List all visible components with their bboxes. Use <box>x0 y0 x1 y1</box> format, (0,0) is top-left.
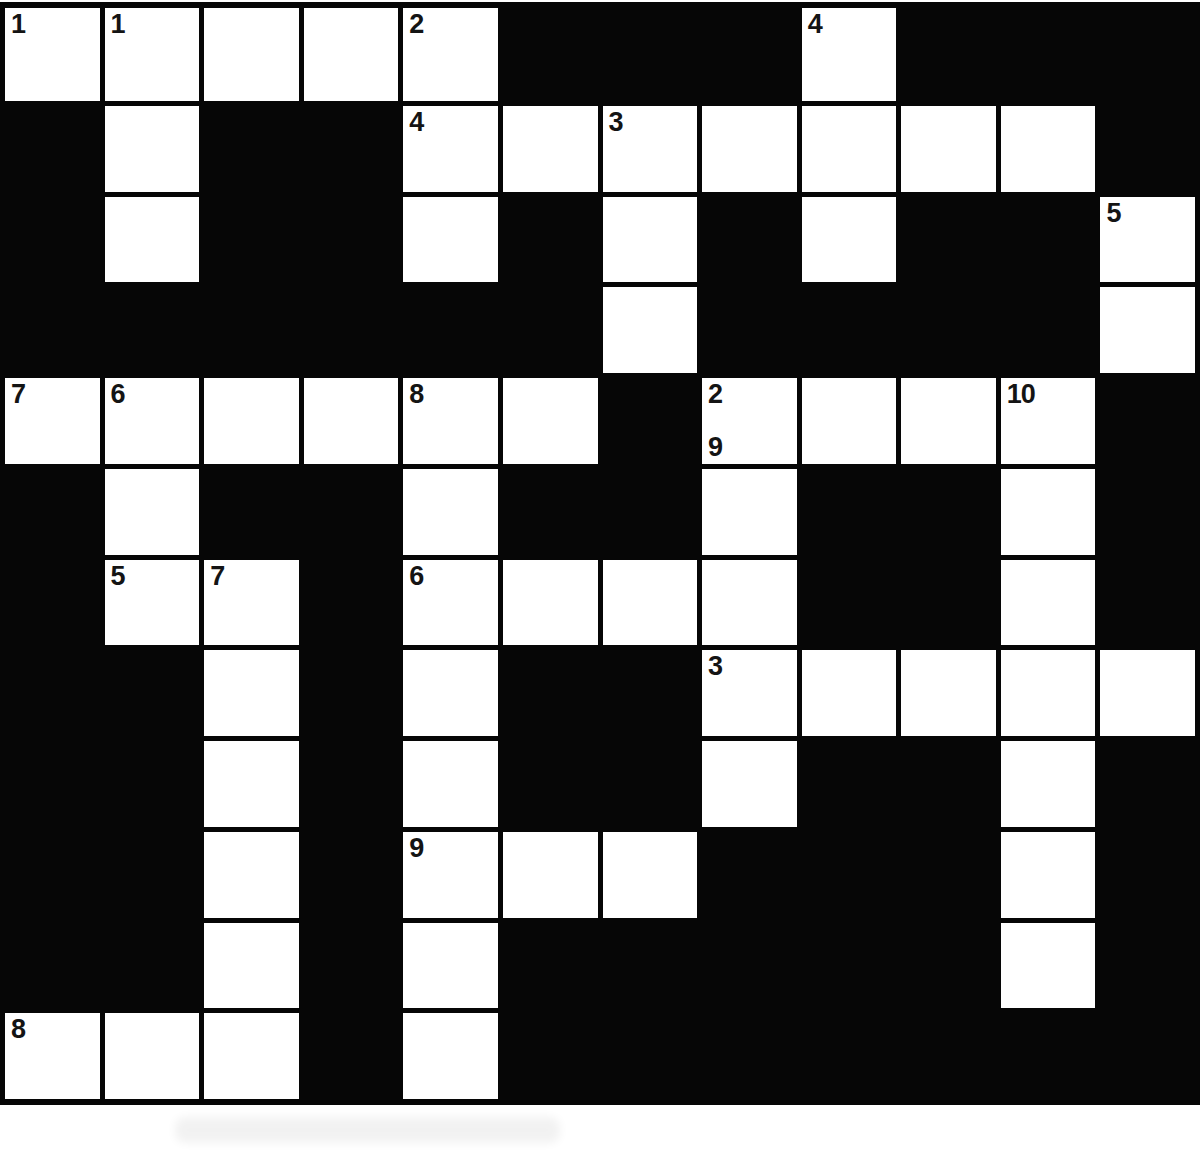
block-r4c2 <box>105 287 200 373</box>
cell-r1c3[interactable] <box>204 8 299 101</box>
clue-number: 2 <box>708 379 722 410</box>
block-r3c8 <box>702 197 797 283</box>
cell-r3c12[interactable]: 5 <box>1100 197 1195 283</box>
clue-number: 3 <box>609 107 623 138</box>
cell-r3c7[interactable] <box>603 197 698 283</box>
block-r8c6 <box>503 650 598 736</box>
cell-r6c11[interactable] <box>1001 469 1096 555</box>
cell-r1c1[interactable]: 1 <box>5 8 100 101</box>
cell-r7c2[interactable]: 5 <box>105 560 200 646</box>
cell-r11c3[interactable] <box>204 923 299 1009</box>
block-r5c12 <box>1100 378 1195 464</box>
cell-r7c8[interactable] <box>702 560 797 646</box>
block-r11c8 <box>702 923 797 1009</box>
clue-number: 1 <box>11 9 25 40</box>
block-r12c12 <box>1100 1013 1195 1099</box>
block-r11c4 <box>304 923 399 1009</box>
cell-r9c5[interactable] <box>403 741 498 827</box>
block-r2c4 <box>304 106 399 192</box>
cell-r2c9[interactable] <box>802 106 897 192</box>
cell-r2c6[interactable] <box>503 106 598 192</box>
block-r10c2 <box>105 832 200 918</box>
block-r11c7 <box>603 923 698 1009</box>
clue-number: 4 <box>409 107 423 138</box>
block-r7c4 <box>304 560 399 646</box>
block-r6c9 <box>802 469 897 555</box>
block-r3c3 <box>204 197 299 283</box>
block-r10c1 <box>5 832 100 918</box>
cell-r10c11[interactable] <box>1001 832 1096 918</box>
block-r9c4 <box>304 741 399 827</box>
block-r9c12 <box>1100 741 1195 827</box>
cell-r5c5[interactable]: 8 <box>403 378 498 464</box>
cell-r5c8[interactable]: 29 <box>702 378 797 464</box>
block-r11c6 <box>503 923 598 1009</box>
cell-r9c8[interactable] <box>702 741 797 827</box>
cell-r2c7[interactable]: 3 <box>603 106 698 192</box>
cell-r4c12[interactable] <box>1100 287 1195 373</box>
block-r6c10 <box>901 469 996 555</box>
block-r7c10 <box>901 560 996 646</box>
block-r3c1 <box>5 197 100 283</box>
clue-number: 8 <box>409 379 423 410</box>
cell-r2c2[interactable] <box>105 106 200 192</box>
block-r3c10 <box>901 197 996 283</box>
block-r11c2 <box>105 923 200 1009</box>
block-r1c10 <box>901 8 996 101</box>
block-r4c3 <box>204 287 299 373</box>
cell-r8c12[interactable] <box>1100 650 1195 736</box>
cell-r7c11[interactable] <box>1001 560 1096 646</box>
cell-r5c3[interactable] <box>204 378 299 464</box>
cell-r1c2[interactable]: 1 <box>105 8 200 101</box>
block-r4c6 <box>503 287 598 373</box>
cell-r1c5[interactable]: 2 <box>403 8 498 101</box>
block-r6c3 <box>204 469 299 555</box>
block-r6c6 <box>503 469 598 555</box>
cell-r3c2[interactable] <box>105 197 200 283</box>
block-r4c5 <box>403 287 498 373</box>
block-r9c2 <box>105 741 200 827</box>
block-r3c6 <box>503 197 598 283</box>
cell-r7c5[interactable]: 6 <box>403 560 498 646</box>
cell-r10c5[interactable]: 9 <box>403 832 498 918</box>
cell-r8c8[interactable]: 3 <box>702 650 797 736</box>
block-r8c4 <box>304 650 399 736</box>
clue-number: 5 <box>111 561 125 592</box>
cell-r5c10[interactable] <box>901 378 996 464</box>
block-r10c4 <box>304 832 399 918</box>
block-r3c11 <box>1001 197 1096 283</box>
cell-r1c4[interactable] <box>304 8 399 101</box>
cell-r5c2[interactable]: 6 <box>105 378 200 464</box>
block-r9c10 <box>901 741 996 827</box>
block-r1c12 <box>1100 8 1195 101</box>
cell-r3c5[interactable] <box>403 197 498 283</box>
block-r11c12 <box>1100 923 1195 1009</box>
cell-r12c1[interactable]: 8 <box>5 1013 100 1099</box>
cell-r1c9[interactable]: 4 <box>802 8 897 101</box>
cell-r11c5[interactable] <box>403 923 498 1009</box>
cell-r2c8[interactable] <box>702 106 797 192</box>
block-r4c9 <box>802 287 897 373</box>
cell-r5c6[interactable] <box>503 378 598 464</box>
cell-r2c11[interactable] <box>1001 106 1096 192</box>
clue-number: 6 <box>111 379 125 410</box>
block-r10c10 <box>901 832 996 918</box>
block-r12c10 <box>901 1013 996 1099</box>
cell-r2c10[interactable] <box>901 106 996 192</box>
cell-r12c3[interactable] <box>204 1013 299 1099</box>
block-r12c7 <box>603 1013 698 1099</box>
cell-r8c9[interactable] <box>802 650 897 736</box>
cell-r5c4[interactable] <box>304 378 399 464</box>
block-r12c6 <box>503 1013 598 1099</box>
clue-number: 9 <box>409 833 423 864</box>
cell-r8c3[interactable] <box>204 650 299 736</box>
cell-r8c5[interactable] <box>403 650 498 736</box>
block-r4c11 <box>1001 287 1096 373</box>
block-r4c10 <box>901 287 996 373</box>
block-r9c1 <box>5 741 100 827</box>
cell-r8c10[interactable] <box>901 650 996 736</box>
block-r1c7 <box>603 8 698 101</box>
block-r4c4 <box>304 287 399 373</box>
block-r6c1 <box>5 469 100 555</box>
block-r10c9 <box>802 832 897 918</box>
block-r12c11 <box>1001 1013 1096 1099</box>
block-r12c4 <box>304 1013 399 1099</box>
clue-number: 7 <box>210 561 224 592</box>
block-r1c6 <box>503 8 598 101</box>
cell-r8c11[interactable] <box>1001 650 1096 736</box>
block-r8c1 <box>5 650 100 736</box>
cell-r4c7[interactable] <box>603 287 698 373</box>
cell-r9c11[interactable] <box>1001 741 1096 827</box>
clue-number-secondary: 9 <box>708 432 722 463</box>
cell-r6c2[interactable] <box>105 469 200 555</box>
block-r1c11 <box>1001 8 1096 101</box>
block-r2c12 <box>1100 106 1195 192</box>
cell-r5c1[interactable]: 7 <box>5 378 100 464</box>
block-r8c2 <box>105 650 200 736</box>
block-r9c9 <box>802 741 897 827</box>
cell-r12c5[interactable] <box>403 1013 498 1099</box>
block-r12c8 <box>702 1013 797 1099</box>
clue-number: 5 <box>1106 198 1120 229</box>
crossword-board: 11244357682910576398 <box>0 2 1200 1105</box>
block-r7c12 <box>1100 560 1195 646</box>
clue-number: 3 <box>708 651 722 682</box>
block-r11c10 <box>901 923 996 1009</box>
cell-r10c3[interactable] <box>204 832 299 918</box>
cell-r7c3[interactable]: 7 <box>204 560 299 646</box>
block-r1c8 <box>702 8 797 101</box>
cell-r6c8[interactable] <box>702 469 797 555</box>
clue-number: 8 <box>11 1014 25 1045</box>
cell-r10c6[interactable] <box>503 832 598 918</box>
block-r7c9 <box>802 560 897 646</box>
block-r6c7 <box>603 469 698 555</box>
cell-r9c3[interactable] <box>204 741 299 827</box>
block-r5c7 <box>603 378 698 464</box>
cell-r2c5[interactable]: 4 <box>403 106 498 192</box>
cell-r5c11[interactable]: 10 <box>1001 378 1096 464</box>
block-r8c7 <box>603 650 698 736</box>
block-r6c12 <box>1100 469 1195 555</box>
block-r2c1 <box>5 106 100 192</box>
block-r2c3 <box>204 106 299 192</box>
block-r6c4 <box>304 469 399 555</box>
clue-number: 4 <box>808 9 822 40</box>
cell-r7c7[interactable] <box>603 560 698 646</box>
cell-r5c9[interactable] <box>802 378 897 464</box>
block-r12c9 <box>802 1013 897 1099</box>
block-r11c1 <box>5 923 100 1009</box>
block-r4c1 <box>5 287 100 373</box>
clue-number: 7 <box>11 379 25 410</box>
clue-number: 6 <box>409 561 423 592</box>
block-r4c8 <box>702 287 797 373</box>
cell-r11c11[interactable] <box>1001 923 1096 1009</box>
block-r7c1 <box>5 560 100 646</box>
clue-number: 10 <box>1007 379 1035 410</box>
cell-r10c7[interactable] <box>603 832 698 918</box>
block-r9c6 <box>503 741 598 827</box>
cell-r3c9[interactable] <box>802 197 897 283</box>
block-r9c7 <box>603 741 698 827</box>
block-r3c4 <box>304 197 399 283</box>
clue-number: 1 <box>111 9 125 40</box>
cell-r6c5[interactable] <box>403 469 498 555</box>
cell-r12c2[interactable] <box>105 1013 200 1099</box>
block-r11c9 <box>802 923 897 1009</box>
block-r10c12 <box>1100 832 1195 918</box>
cell-r7c6[interactable] <box>503 560 598 646</box>
block-r10c8 <box>702 832 797 918</box>
bottom-edge-artifact <box>175 1117 560 1143</box>
clue-number: 2 <box>409 9 423 40</box>
